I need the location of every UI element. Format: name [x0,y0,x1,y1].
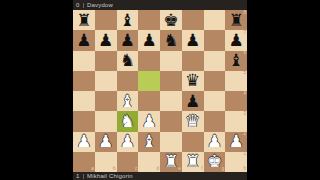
square-h8[interactable]: ♜8 [225,10,247,30]
square-g4[interactable] [204,91,226,111]
coord-file-h: h [243,167,246,172]
coord-rank-4: 4 [243,92,246,97]
piece-black-queen[interactable]: ♛ [185,72,200,89]
square-c6[interactable]: ♞ [117,51,139,71]
square-a8[interactable]: ♜ [73,10,95,30]
coord-rank-2: 2 [243,132,246,137]
coord-rank-6: 6 [243,51,246,56]
piece-white-queen[interactable]: ♛ [185,112,200,129]
piece-black-knight[interactable]: ♞ [163,31,178,48]
piece-white-pawn[interactable]: ♟ [76,133,91,150]
bottom-player-bar: 1 Mikhail Chigorin [73,172,247,180]
square-d1[interactable]: d [138,152,160,172]
coord-file-a: a [91,167,94,172]
piece-black-pawn[interactable]: ♟ [185,92,200,109]
coord-rank-3: 3 [243,112,246,117]
square-b8[interactable] [95,10,117,30]
square-b3[interactable] [95,111,117,131]
piece-black-pawn[interactable]: ♟ [229,31,244,48]
square-g6[interactable] [204,51,226,71]
square-g8[interactable] [204,10,226,30]
piece-white-pawn[interactable]: ♟ [98,133,113,150]
square-d8[interactable] [138,10,160,30]
square-d2[interactable]: ♝ [138,132,160,152]
coord-rank-5: 5 [243,71,246,76]
piece-white-pawn[interactable]: ♟ [142,112,157,129]
score-name-divider [83,174,84,179]
square-c3[interactable]: ♞ [117,111,139,131]
square-f6[interactable] [182,51,204,71]
square-b1[interactable]: b [95,152,117,172]
piece-black-bishop[interactable]: ♝ [229,52,244,69]
square-b5[interactable] [95,71,117,91]
coord-file-f: f [201,167,202,172]
square-d6[interactable] [138,51,160,71]
square-d5[interactable] [138,71,160,91]
square-b4[interactable] [95,91,117,111]
square-b7[interactable]: ♟ [95,30,117,50]
piece-white-pawn[interactable]: ♟ [120,133,135,150]
square-f8[interactable] [182,10,204,30]
piece-black-pawn[interactable]: ♟ [76,31,91,48]
square-f2[interactable] [182,132,204,152]
square-e6[interactable] [160,51,182,71]
piece-black-pawn[interactable]: ♟ [142,31,157,48]
square-d3[interactable]: ♟ [138,111,160,131]
piece-white-bishop[interactable]: ♝ [142,133,157,150]
piece-white-bishop[interactable]: ♝ [120,92,135,109]
square-a7[interactable]: ♟ [73,30,95,50]
piece-white-king[interactable]: ♚ [207,153,222,170]
piece-white-rook[interactable]: ♜ [163,153,178,170]
coord-file-g: g [222,167,225,172]
piece-white-knight[interactable]: ♞ [120,112,135,129]
coord-rank-8: 8 [243,11,246,16]
square-g1[interactable]: ♚g [204,152,226,172]
square-e2[interactable] [160,132,182,152]
square-e4[interactable] [160,91,182,111]
coord-rank-1: 1 [243,152,246,157]
square-h4[interactable]: 4 [225,91,247,111]
square-g7[interactable] [204,30,226,50]
square-e1[interactable]: ♜e [160,152,182,172]
piece-black-pawn[interactable]: ♟ [98,31,113,48]
square-b2[interactable]: ♟ [95,132,117,152]
square-d7[interactable]: ♟ [138,30,160,50]
piece-black-knight[interactable]: ♞ [120,52,135,69]
coord-file-e: e [178,167,181,172]
square-h7[interactable]: ♟7 [225,30,247,50]
top-player-name: Davydow [87,2,113,8]
square-f7[interactable]: ♟ [182,30,204,50]
screen: 0 Davydow ♜♝♚♜8♟♟♟♟♞♟♟7♞♝6♛5♝♟4♞♟♛3♟♟♟♝♟… [0,0,320,180]
bottom-player-score: 1 [76,173,80,179]
coord-rank-7: 7 [243,31,246,36]
square-f1[interactable]: ♜f [182,152,204,172]
square-a4[interactable] [73,91,95,111]
piece-black-king[interactable]: ♚ [163,11,178,28]
coord-file-c: c [135,167,137,172]
square-h1[interactable]: 1h [225,152,247,172]
square-h3[interactable]: 3 [225,111,247,131]
piece-black-rook[interactable]: ♜ [229,11,244,28]
piece-black-bishop[interactable]: ♝ [120,11,135,28]
piece-black-pawn[interactable]: ♟ [185,31,200,48]
square-e7[interactable]: ♞ [160,30,182,50]
square-g2[interactable]: ♟ [204,132,226,152]
square-b6[interactable] [95,51,117,71]
piece-white-rook[interactable]: ♜ [185,153,200,170]
square-e8[interactable]: ♚ [160,10,182,30]
score-name-divider [83,3,84,8]
square-f5[interactable]: ♛ [182,71,204,91]
bottom-player-name: Mikhail Chigorin [87,173,133,179]
piece-black-rook[interactable]: ♜ [76,11,91,28]
square-h6[interactable]: ♝6 [225,51,247,71]
square-h5[interactable]: 5 [225,71,247,91]
square-c4[interactable]: ♝ [117,91,139,111]
square-a5[interactable] [73,71,95,91]
square-g3[interactable] [204,111,226,131]
coord-file-b: b [113,167,116,172]
piece-white-pawn[interactable]: ♟ [229,133,244,150]
coord-file-d: d [156,167,159,172]
square-d4[interactable] [138,91,160,111]
top-player-score: 0 [76,2,80,8]
piece-black-pawn[interactable]: ♟ [120,31,135,48]
square-a1[interactable]: a [73,152,95,172]
square-c1[interactable]: c [117,152,139,172]
square-a6[interactable] [73,51,95,71]
piece-white-pawn[interactable]: ♟ [207,133,222,150]
square-f3[interactable]: ♛ [182,111,204,131]
chess-board: ♜♝♚♜8♟♟♟♟♞♟♟7♞♝6♛5♝♟4♞♟♛3♟♟♟♝♟♟2abcd♜e♜f… [73,10,247,172]
square-c7[interactable]: ♟ [117,30,139,50]
square-g5[interactable] [204,71,226,91]
square-c5[interactable] [117,71,139,91]
square-c8[interactable]: ♝ [117,10,139,30]
chess-app: 0 Davydow ♜♝♚♜8♟♟♟♟♞♟♟7♞♝6♛5♝♟4♞♟♛3♟♟♟♝♟… [73,0,247,180]
top-player-bar: 0 Davydow [73,0,247,10]
square-c2[interactable]: ♟ [117,132,139,152]
square-e5[interactable] [160,71,182,91]
square-a2[interactable]: ♟ [73,132,95,152]
square-f4[interactable]: ♟ [182,91,204,111]
square-a3[interactable] [73,111,95,131]
square-e3[interactable] [160,111,182,131]
square-h2[interactable]: ♟2 [225,132,247,152]
